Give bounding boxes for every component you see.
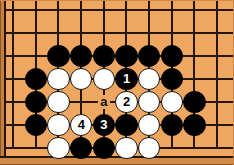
- point-c9r4: [183, 68, 206, 91]
- point-c2r7: [25, 137, 48, 160]
- point-c9r7: [183, 137, 206, 160]
- point-c9r5: [183, 91, 206, 114]
- point-c10r3: [206, 45, 229, 68]
- point-c4r1: [70, 0, 93, 22]
- point-c5r2: [93, 22, 116, 45]
- black-stone: [25, 91, 47, 113]
- white-stone: [47, 68, 69, 90]
- point-c10r2: [206, 22, 229, 45]
- black-stone: [25, 68, 47, 90]
- point-c2r1: [25, 0, 48, 22]
- point-c2r2: [25, 22, 48, 45]
- point-c7r1: [138, 0, 161, 22]
- point-c8r5: [161, 91, 184, 114]
- black-stone: [70, 137, 92, 159]
- point-c3r4: [47, 68, 70, 91]
- black-stone: [161, 114, 183, 136]
- white-stone: [70, 68, 92, 90]
- point-c7r3: [138, 45, 161, 68]
- point-c5r4: [93, 68, 116, 91]
- move-1-stone: 1: [115, 68, 137, 90]
- point-c3r6: [47, 114, 70, 137]
- point-c5r1: [93, 0, 116, 22]
- point-c10r7: [206, 137, 229, 160]
- point-c4r3: [70, 45, 93, 68]
- point-c10r6: [206, 114, 229, 137]
- black-stone: [70, 45, 92, 67]
- white-stone: [115, 137, 137, 159]
- point-c4r2: [70, 22, 93, 45]
- point-c4r4: [70, 68, 93, 91]
- point-c6r4: 1: [115, 68, 138, 91]
- point-c8r4: [161, 68, 184, 91]
- point-c3r3: [47, 45, 70, 68]
- point-c4r6: 4: [70, 114, 93, 137]
- black-stone: [47, 45, 69, 67]
- white-stone: [47, 91, 69, 113]
- point-c1r1: [2, 0, 25, 22]
- point-c6r1: [115, 0, 138, 22]
- point-c8r3: [161, 45, 184, 68]
- point-c10r5: [206, 91, 229, 114]
- black-stone: [93, 137, 115, 159]
- point-c8r1: [161, 0, 184, 22]
- point-c6r5: 2: [115, 91, 138, 114]
- point-c4r5: [70, 91, 93, 114]
- point-c1r3: [2, 45, 25, 68]
- point-c2r5: [25, 91, 48, 114]
- point-c2r4: [25, 68, 48, 91]
- white-stone: [161, 91, 183, 113]
- white-stone: [47, 137, 69, 159]
- move-4-stone: 4: [70, 114, 92, 136]
- white-stone: [138, 91, 160, 113]
- point-c6r3: [115, 45, 138, 68]
- point-c9r3: [183, 45, 206, 68]
- point-c5r5: a: [93, 91, 116, 114]
- stone-grid: 1a243: [2, 0, 229, 160]
- point-c7r5: [138, 91, 161, 114]
- point-c7r7: [138, 137, 161, 160]
- point-c5r7: [93, 137, 116, 160]
- black-stone: [183, 91, 205, 113]
- point-c8r2: [161, 22, 184, 45]
- white-stone: [138, 114, 160, 136]
- point-c2r6: [25, 114, 48, 137]
- point-c8r7: [161, 137, 184, 160]
- black-stone: [25, 114, 47, 136]
- point-c7r2: [138, 22, 161, 45]
- black-stone: [115, 114, 137, 136]
- move-2-stone: 2: [115, 91, 137, 113]
- point-c1r2: [2, 22, 25, 45]
- point-c3r2: [47, 22, 70, 45]
- point-c1r5: [2, 91, 25, 114]
- point-c3r5: [47, 91, 70, 114]
- point-c9r6: [183, 114, 206, 137]
- point-c8r6: [161, 114, 184, 137]
- white-stone: [93, 68, 115, 90]
- black-stone: [161, 45, 183, 67]
- point-c6r2: [115, 22, 138, 45]
- black-stone: [183, 114, 205, 136]
- point-c10r1: [206, 0, 229, 22]
- move-3-stone: 3: [93, 114, 115, 136]
- point-label-a: a: [98, 95, 109, 109]
- point-c2r3: [25, 45, 48, 68]
- point-c5r3: [93, 45, 116, 68]
- point-c5r6: 3: [93, 114, 116, 137]
- white-stone: [138, 137, 160, 159]
- point-c7r6: [138, 114, 161, 137]
- go-board-diagram: 1a243: [0, 0, 234, 165]
- point-c1r6: [2, 114, 25, 137]
- point-c1r7: [2, 137, 25, 160]
- black-stone: [138, 45, 160, 67]
- black-stone: [115, 45, 137, 67]
- point-c4r7: [70, 137, 93, 160]
- point-c1r4: [2, 68, 25, 91]
- black-stone: [161, 68, 183, 90]
- point-c6r6: [115, 114, 138, 137]
- point-c9r2: [183, 22, 206, 45]
- white-stone: [138, 68, 160, 90]
- point-c3r1: [47, 0, 70, 22]
- point-c3r7: [47, 137, 70, 160]
- point-c6r7: [115, 137, 138, 160]
- point-c9r1: [183, 0, 206, 22]
- point-c10r4: [206, 68, 229, 91]
- point-c7r4: [138, 68, 161, 91]
- white-stone: [47, 114, 69, 136]
- black-stone: [93, 45, 115, 67]
